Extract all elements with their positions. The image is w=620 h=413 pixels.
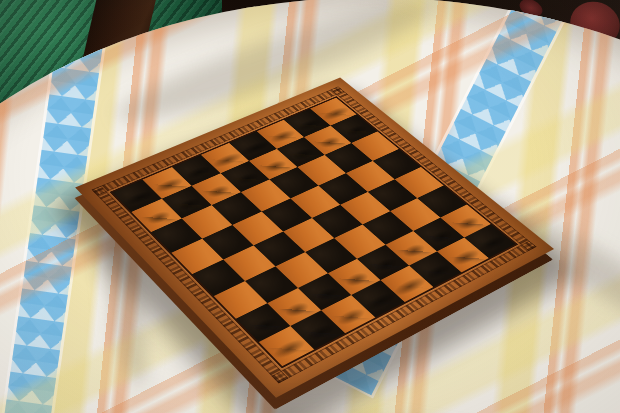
- board-scene: ♜♞♝♛♚♝♞♜♟♟♟♟♟♟♟♟♟♟♟♟♟♟♟♟♜♞♝♛♚♝♞♜: [0, 0, 620, 413]
- photo-stage: ♜♞♝♛♚♝♞♜♟♟♟♟♟♟♟♟♟♟♟♟♟♟♟♟♜♞♝♛♚♝♞♜: [0, 0, 620, 413]
- piece-glyph: ♜: [256, 286, 326, 355]
- square-c5[interactable]: [232, 212, 283, 246]
- chess-board: ♜♞♝♛♚♝♞♜♟♟♟♟♟♟♟♟♟♟♟♟♟♟♟♟♜♞♝♛♚♝♞♜: [75, 78, 554, 398]
- board-face: ♜♞♝♛♚♝♞♜♟♟♟♟♟♟♟♟♟♟♟♟♟♟♟♟♜♞♝♛♚♝♞♜: [75, 78, 554, 398]
- piece-glyph: ♟: [129, 176, 192, 224]
- square-b5[interactable]: [202, 225, 253, 260]
